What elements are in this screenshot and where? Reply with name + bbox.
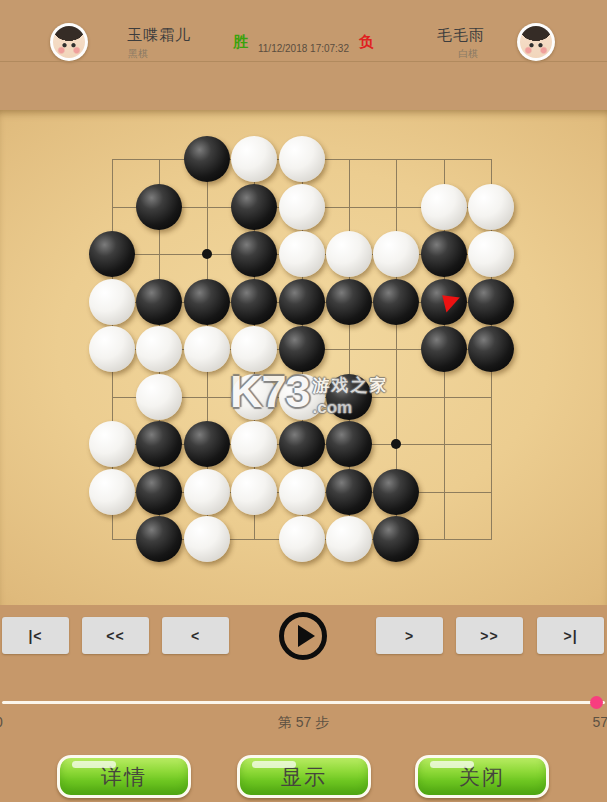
stone-black: [373, 279, 419, 325]
current-move-label: 第 57 步: [0, 714, 607, 732]
stone-black: [326, 469, 372, 515]
stone-white: [468, 184, 514, 230]
right-player-avatar[interactable]: [517, 23, 555, 61]
move-slider-track[interactable]: [2, 701, 605, 704]
right-player-name: 毛毛雨: [437, 26, 485, 45]
star-point: [202, 249, 212, 259]
stone-white: [136, 374, 182, 420]
stone-white: [279, 516, 325, 562]
stone-black: [184, 421, 230, 467]
boy-face-icon: [520, 26, 552, 58]
stone-black: [231, 231, 277, 277]
stone-white: [326, 516, 372, 562]
stone-white: [468, 231, 514, 277]
stone-black: [136, 279, 182, 325]
stone-black: [231, 279, 277, 325]
stone-black: [184, 279, 230, 325]
stone-white: [279, 184, 325, 230]
stone-white: [136, 326, 182, 372]
stone-white: [279, 136, 325, 182]
replay-controls: |< << < > >> >| 0 第 57 步 57 详情 显示 关闭: [0, 605, 607, 802]
go-board-grid: [112, 159, 492, 540]
stone-white: [89, 326, 135, 372]
stone-white: [89, 469, 135, 515]
stone-black: [468, 279, 514, 325]
stone-white: [184, 516, 230, 562]
stone-black: [279, 279, 325, 325]
stone-black: [136, 184, 182, 230]
stone-white: [326, 231, 372, 277]
forward-fast-button[interactable]: >>: [456, 617, 523, 654]
last-move-button[interactable]: >|: [537, 617, 604, 654]
stone-black: [136, 421, 182, 467]
board-area: K73 游戏之家 .com: [0, 110, 607, 605]
stone-black: [373, 469, 419, 515]
close-button[interactable]: 关闭: [415, 755, 549, 798]
stone-white: [89, 279, 135, 325]
star-point: [391, 439, 401, 449]
stone-black: [468, 326, 514, 372]
header-divider: [0, 61, 607, 62]
stone-black: [136, 516, 182, 562]
stone-black: [184, 136, 230, 182]
stone-black: [421, 326, 467, 372]
stone-white: [279, 374, 325, 420]
stone-white: [184, 469, 230, 515]
last-move-marker-icon: [442, 295, 460, 313]
back-fast-button[interactable]: <<: [82, 617, 149, 654]
stone-white: [373, 231, 419, 277]
details-button[interactable]: 详情: [57, 755, 191, 798]
move-slider-handle[interactable]: [590, 696, 603, 709]
stone-white: [231, 326, 277, 372]
stone-white: [89, 421, 135, 467]
stone-white: [279, 231, 325, 277]
stone-black: [326, 374, 372, 420]
stone-white: [184, 326, 230, 372]
stone-black: [279, 326, 325, 372]
slider-max-label: 57: [592, 714, 607, 730]
go-replay-screen: 玉喋霜儿 黑棋 胜 11/12/2018 17:07:32 负 毛毛雨 白棋 K…: [0, 0, 607, 802]
first-move-button[interactable]: |<: [2, 617, 69, 654]
stone-white: [231, 374, 277, 420]
stone-white: [279, 469, 325, 515]
stone-black: [421, 279, 467, 325]
stone-black: [136, 469, 182, 515]
stone-white: [421, 184, 467, 230]
stone-black: [231, 184, 277, 230]
stone-black: [89, 231, 135, 277]
right-player-result: 负: [359, 33, 374, 52]
show-button[interactable]: 显示: [237, 755, 371, 798]
stone-white: [231, 421, 277, 467]
game-datetime: 11/12/2018 17:07:32: [0, 43, 607, 54]
stone-black: [326, 279, 372, 325]
stone-black: [279, 421, 325, 467]
play-icon: [298, 625, 315, 647]
play-button[interactable]: [279, 612, 327, 660]
stone-black: [326, 421, 372, 467]
stone-black: [421, 231, 467, 277]
back-one-button[interactable]: <: [162, 617, 229, 654]
stone-white: [231, 469, 277, 515]
forward-one-button[interactable]: >: [376, 617, 443, 654]
stone-black: [373, 516, 419, 562]
top-bar: 玉喋霜儿 黑棋 胜 11/12/2018 17:07:32 负 毛毛雨 白棋: [0, 0, 607, 110]
left-player-avatar[interactable]: [50, 23, 88, 61]
right-player-color-label: 白棋: [458, 47, 478, 61]
stone-white: [231, 136, 277, 182]
